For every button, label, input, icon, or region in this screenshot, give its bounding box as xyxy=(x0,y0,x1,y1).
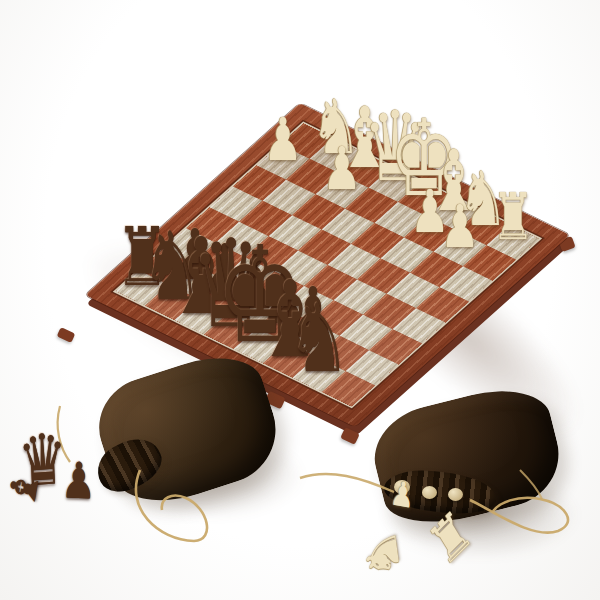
pouch-neck-gather xyxy=(422,486,437,499)
loose-piece-white-pawn: ♟ xyxy=(389,475,416,513)
loose-piece-black-bishop: ♝ xyxy=(3,463,45,513)
board-foot xyxy=(57,327,76,343)
chess-set-photo: ♞♟♝♛♟♚♝♞♟♜♟♟♜♟♞♟♝♟♛♟♚♝♞ ♛♝♟♟♞♜ xyxy=(0,0,600,600)
loose-piece-black-pawn: ♟ xyxy=(60,455,96,507)
loose-piece-white-knight: ♞ xyxy=(358,525,408,584)
